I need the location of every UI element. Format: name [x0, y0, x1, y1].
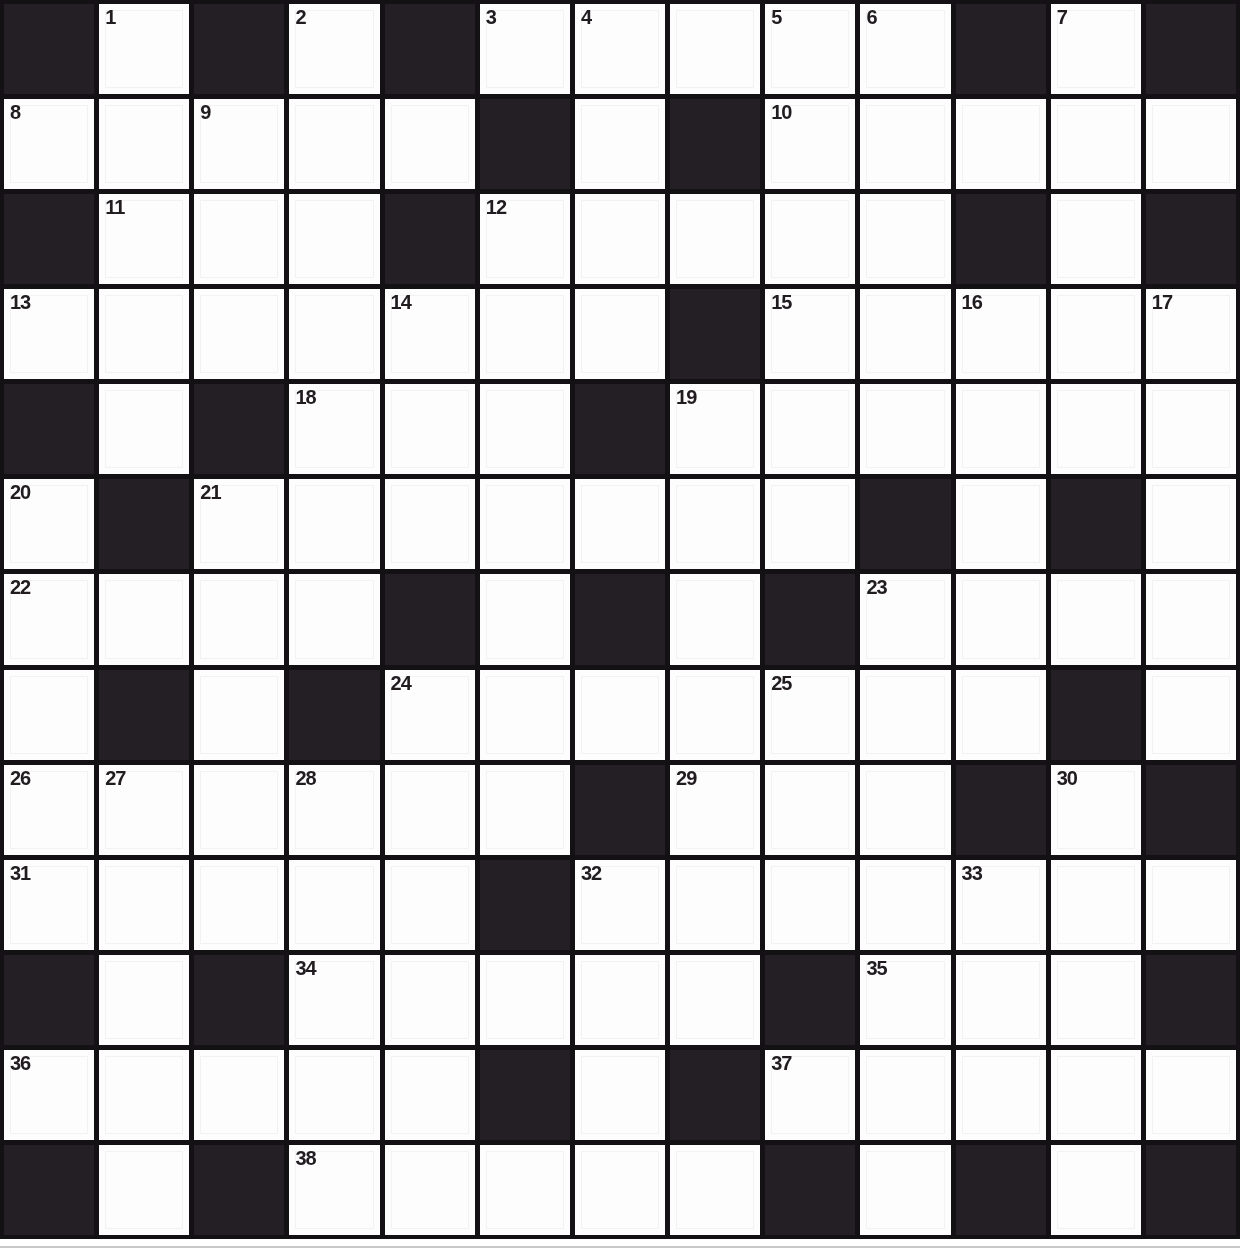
cell-r6-c9[interactable]: 23 [860, 574, 950, 664]
cell-r5-c3[interactable] [289, 479, 379, 569]
clue-number-25: 25 [771, 672, 791, 694]
cell-r10-c7[interactable] [670, 955, 760, 1045]
cell-r0-c8[interactable]: 5 [765, 4, 855, 94]
clue-number-10: 10 [771, 101, 791, 123]
clue-number-33: 33 [962, 862, 982, 884]
black-cell-r0-c0 [4, 4, 94, 94]
black-cell-r12-c10 [956, 1145, 1046, 1235]
cell-r7-c12[interactable] [1146, 670, 1236, 760]
cell-r4-c3[interactable]: 18 [289, 384, 379, 474]
black-cell-r4-c2 [194, 384, 284, 474]
cell-r9-c10[interactable]: 33 [956, 860, 1046, 950]
cell-r1-c6[interactable] [575, 99, 665, 189]
clue-number-26: 26 [10, 767, 30, 789]
clue-number-4: 4 [581, 6, 591, 28]
clue-number-15: 15 [771, 291, 791, 313]
clue-number-2: 2 [295, 6, 305, 28]
cell-r5-c4[interactable] [385, 479, 475, 569]
cell-r1-c4[interactable] [385, 99, 475, 189]
clue-number-38: 38 [295, 1147, 315, 1169]
clue-number-8: 8 [10, 101, 20, 123]
black-cell-r0-c2 [194, 4, 284, 94]
cell-r4-c9[interactable] [860, 384, 950, 474]
cell-r3-c11[interactable] [1051, 289, 1141, 379]
cell-r8-c7[interactable]: 29 [670, 765, 760, 855]
cell-r12-c1[interactable] [99, 1145, 189, 1235]
clue-number-9: 9 [200, 101, 210, 123]
page-bottom-strip [0, 1239, 1240, 1252]
cell-r0-c11[interactable]: 7 [1051, 4, 1141, 94]
cell-r7-c10[interactable] [956, 670, 1046, 760]
clue-number-21: 21 [200, 481, 220, 503]
cell-r6-c3[interactable] [289, 574, 379, 664]
cell-r11-c0[interactable]: 36 [4, 1050, 94, 1140]
black-cell-r12-c12 [1146, 1145, 1236, 1235]
cell-r5-c2[interactable]: 21 [194, 479, 284, 569]
cell-r3-c9[interactable] [860, 289, 950, 379]
cell-r3-c4[interactable]: 14 [385, 289, 475, 379]
cell-r11-c11[interactable] [1051, 1050, 1141, 1140]
cell-r3-c10[interactable]: 16 [956, 289, 1046, 379]
cell-r4-c12[interactable] [1146, 384, 1236, 474]
black-cell-r1-c5 [480, 99, 570, 189]
cell-r10-c9[interactable]: 35 [860, 955, 950, 1045]
clue-number-16: 16 [962, 291, 982, 313]
cell-r8-c8[interactable] [765, 765, 855, 855]
clue-number-24: 24 [391, 672, 411, 694]
cell-r8-c9[interactable] [860, 765, 950, 855]
clue-number-18: 18 [295, 386, 315, 408]
cell-r3-c2[interactable] [194, 289, 284, 379]
cell-r1-c8[interactable]: 10 [765, 99, 855, 189]
black-cell-r5-c11 [1051, 479, 1141, 569]
black-cell-r9-c5 [480, 860, 570, 950]
cell-r6-c7[interactable] [670, 574, 760, 664]
cell-r3-c5[interactable] [480, 289, 570, 379]
cell-r4-c10[interactable] [956, 384, 1046, 474]
clue-number-37: 37 [771, 1052, 791, 1074]
cell-r4-c8[interactable] [765, 384, 855, 474]
cell-r7-c7[interactable] [670, 670, 760, 760]
clue-number-27: 27 [105, 767, 125, 789]
black-cell-r6-c6 [575, 574, 665, 664]
black-cell-r6-c4 [385, 574, 475, 664]
black-cell-r0-c4 [385, 4, 475, 94]
cell-r3-c3[interactable] [289, 289, 379, 379]
cell-r7-c2[interactable] [194, 670, 284, 760]
black-cell-r2-c12 [1146, 194, 1236, 284]
cell-r5-c8[interactable] [765, 479, 855, 569]
cell-r6-c11[interactable] [1051, 574, 1141, 664]
cell-r8-c11[interactable]: 30 [1051, 765, 1141, 855]
black-cell-r4-c6 [575, 384, 665, 474]
clue-number-30: 30 [1057, 767, 1077, 789]
clue-number-20: 20 [10, 481, 30, 503]
cell-r12-c5[interactable] [480, 1145, 570, 1235]
cell-r0-c9[interactable]: 6 [860, 4, 950, 94]
cell-r6-c5[interactable] [480, 574, 570, 664]
clue-number-31: 31 [10, 862, 30, 884]
black-cell-r3-c7 [670, 289, 760, 379]
cell-r11-c8[interactable]: 37 [765, 1050, 855, 1140]
cell-r2-c5[interactable]: 12 [480, 194, 570, 284]
cell-r9-c7[interactable] [670, 860, 760, 950]
cell-r7-c5[interactable] [480, 670, 570, 760]
cell-r11-c9[interactable] [860, 1050, 950, 1140]
cell-r12-c6[interactable] [575, 1145, 665, 1235]
cell-r6-c12[interactable] [1146, 574, 1236, 664]
black-cell-r10-c12 [1146, 955, 1236, 1045]
black-cell-r5-c9 [860, 479, 950, 569]
cell-r1-c12[interactable] [1146, 99, 1236, 189]
cell-r5-c12[interactable] [1146, 479, 1236, 569]
cell-r7-c0[interactable] [4, 670, 94, 760]
cell-r1-c11[interactable] [1051, 99, 1141, 189]
cell-r3-c8[interactable]: 15 [765, 289, 855, 379]
cell-r1-c9[interactable] [860, 99, 950, 189]
cell-r11-c2[interactable] [194, 1050, 284, 1140]
cell-r9-c6[interactable]: 32 [575, 860, 665, 950]
clue-number-13: 13 [10, 291, 30, 313]
black-cell-r4-c0 [4, 384, 94, 474]
cell-r9-c1[interactable] [99, 860, 189, 950]
cell-r11-c6[interactable] [575, 1050, 665, 1140]
cell-r10-c3[interactable]: 34 [289, 955, 379, 1045]
cell-r9-c2[interactable] [194, 860, 284, 950]
cell-r2-c8[interactable] [765, 194, 855, 284]
black-cell-r1-c7 [670, 99, 760, 189]
cell-r0-c7[interactable] [670, 4, 760, 94]
black-cell-r2-c4 [385, 194, 475, 284]
crossword-page: 1234567891011121314151617181920212223242… [0, 0, 1240, 1252]
black-cell-r8-c10 [956, 765, 1046, 855]
clue-number-7: 7 [1057, 6, 1067, 28]
cell-r6-c1[interactable] [99, 574, 189, 664]
cell-r4-c7[interactable]: 19 [670, 384, 760, 474]
clue-number-12: 12 [486, 196, 506, 218]
cell-r5-c5[interactable] [480, 479, 570, 569]
cell-r9-c0[interactable]: 31 [4, 860, 94, 950]
cell-r7-c9[interactable] [860, 670, 950, 760]
black-cell-r11-c5 [480, 1050, 570, 1140]
black-cell-r8-c6 [575, 765, 665, 855]
clue-number-3: 3 [486, 6, 496, 28]
clue-number-5: 5 [771, 6, 781, 28]
cell-r11-c1[interactable] [99, 1050, 189, 1140]
cell-r4-c1[interactable] [99, 384, 189, 474]
black-cell-r10-c0 [4, 955, 94, 1045]
cell-r3-c0[interactable]: 13 [4, 289, 94, 379]
cell-r9-c11[interactable] [1051, 860, 1141, 950]
black-cell-r10-c8 [765, 955, 855, 1045]
black-cell-r7-c11 [1051, 670, 1141, 760]
clue-number-1: 1 [105, 6, 115, 28]
cell-r8-c5[interactable] [480, 765, 570, 855]
clue-number-29: 29 [676, 767, 696, 789]
clue-number-23: 23 [866, 576, 886, 598]
cell-r9-c3[interactable] [289, 860, 379, 950]
cell-r8-c3[interactable]: 28 [289, 765, 379, 855]
cell-r0-c6[interactable]: 4 [575, 4, 665, 94]
cell-r3-c1[interactable] [99, 289, 189, 379]
cell-r12-c4[interactable] [385, 1145, 475, 1235]
cell-r10-c5[interactable] [480, 955, 570, 1045]
clue-number-14: 14 [391, 291, 411, 313]
cell-r2-c6[interactable] [575, 194, 665, 284]
cell-r3-c6[interactable] [575, 289, 665, 379]
black-cell-r10-c2 [194, 955, 284, 1045]
cell-r10-c1[interactable] [99, 955, 189, 1045]
cell-r1-c3[interactable] [289, 99, 379, 189]
cell-r2-c3[interactable] [289, 194, 379, 284]
cell-r7-c4[interactable]: 24 [385, 670, 475, 760]
cell-r8-c0[interactable]: 26 [4, 765, 94, 855]
cell-r2-c7[interactable] [670, 194, 760, 284]
clue-number-19: 19 [676, 386, 696, 408]
cell-r6-c0[interactable]: 22 [4, 574, 94, 664]
cell-r3-c12[interactable]: 17 [1146, 289, 1236, 379]
black-cell-r2-c10 [956, 194, 1046, 284]
cell-r10-c4[interactable] [385, 955, 475, 1045]
cell-r9-c9[interactable] [860, 860, 950, 950]
cell-r5-c10[interactable] [956, 479, 1046, 569]
cell-r2-c9[interactable] [860, 194, 950, 284]
cell-r12-c7[interactable] [670, 1145, 760, 1235]
black-cell-r2-c0 [4, 194, 94, 284]
cell-r6-c10[interactable] [956, 574, 1046, 664]
black-cell-r12-c2 [194, 1145, 284, 1235]
cell-r9-c12[interactable] [1146, 860, 1236, 950]
clue-number-6: 6 [866, 6, 876, 28]
cell-r2-c2[interactable] [194, 194, 284, 284]
clue-number-35: 35 [866, 957, 886, 979]
cell-r5-c7[interactable] [670, 479, 760, 569]
black-cell-r0-c12 [1146, 4, 1236, 94]
clue-number-22: 22 [10, 576, 30, 598]
clue-number-34: 34 [295, 957, 315, 979]
cell-r11-c4[interactable] [385, 1050, 475, 1140]
cell-r4-c4[interactable] [385, 384, 475, 474]
cell-r10-c6[interactable] [575, 955, 665, 1045]
black-cell-r12-c0 [4, 1145, 94, 1235]
cell-r9-c4[interactable] [385, 860, 475, 950]
crossword-board: 1234567891011121314151617181920212223242… [0, 0, 1240, 1239]
cell-r11-c10[interactable] [956, 1050, 1046, 1140]
clue-number-17: 17 [1152, 291, 1172, 313]
black-cell-r7-c3 [289, 670, 379, 760]
cell-r0-c1[interactable]: 1 [99, 4, 189, 94]
cell-r4-c11[interactable] [1051, 384, 1141, 474]
cell-r12-c3[interactable]: 38 [289, 1145, 379, 1235]
cell-r1-c0[interactable]: 8 [4, 99, 94, 189]
cell-r5-c0[interactable]: 20 [4, 479, 94, 569]
clue-number-32: 32 [581, 862, 601, 884]
black-cell-r8-c12 [1146, 765, 1236, 855]
cell-r2-c11[interactable] [1051, 194, 1141, 284]
cell-r7-c8[interactable]: 25 [765, 670, 855, 760]
cell-r10-c11[interactable] [1051, 955, 1141, 1045]
cell-r0-c5[interactable]: 3 [480, 4, 570, 94]
cell-r2-c1[interactable]: 11 [99, 194, 189, 284]
cell-r5-c6[interactable] [575, 479, 665, 569]
cell-r12-c9[interactable] [860, 1145, 950, 1235]
cell-r10-c10[interactable] [956, 955, 1046, 1045]
cell-r1-c2[interactable]: 9 [194, 99, 284, 189]
black-cell-r7-c1 [99, 670, 189, 760]
cell-r8-c1[interactable]: 27 [99, 765, 189, 855]
cell-r11-c12[interactable] [1146, 1050, 1236, 1140]
black-cell-r12-c8 [765, 1145, 855, 1235]
page-hairline [0, 1246, 1240, 1248]
cell-r7-c6[interactable] [575, 670, 665, 760]
black-cell-r5-c1 [99, 479, 189, 569]
black-cell-r11-c7 [670, 1050, 760, 1140]
black-cell-r6-c8 [765, 574, 855, 664]
cell-r9-c8[interactable] [765, 860, 855, 950]
cell-r1-c10[interactable] [956, 99, 1046, 189]
cell-r12-c11[interactable] [1051, 1145, 1141, 1235]
cell-r1-c1[interactable] [99, 99, 189, 189]
cell-r11-c3[interactable] [289, 1050, 379, 1140]
cell-r6-c2[interactable] [194, 574, 284, 664]
cell-r8-c2[interactable] [194, 765, 284, 855]
clue-number-36: 36 [10, 1052, 30, 1074]
clue-number-11: 11 [105, 196, 124, 218]
cell-r4-c5[interactable] [480, 384, 570, 474]
cell-r0-c3[interactable]: 2 [289, 4, 379, 94]
black-cell-r0-c10 [956, 4, 1046, 94]
clue-number-28: 28 [295, 767, 315, 789]
cell-r8-c4[interactable] [385, 765, 475, 855]
